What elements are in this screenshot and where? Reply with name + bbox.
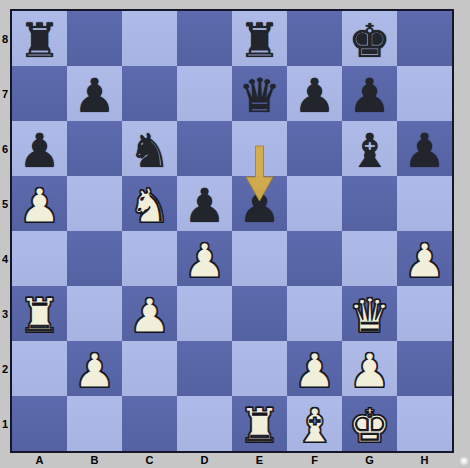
square-h8[interactable] [397,11,452,66]
piece-white-pawn[interactable]: ♟ [293,347,335,394]
square-h5[interactable] [397,176,452,231]
square-g4[interactable] [342,231,397,286]
chess-board: ♜♜♚♟♛♟♟♟♞♝♟♟♞♟♟♟♟♜♟♛♟♟♟♜♝♚ [10,9,454,453]
square-e7[interactable]: ♛ [232,66,287,121]
rank-labels: 87654321 [0,11,10,451]
piece-white-bishop[interactable]: ♝ [293,402,335,449]
file-label-f: F [287,454,342,466]
square-d8[interactable] [177,11,232,66]
piece-black-pawn[interactable]: ♟ [238,182,280,229]
square-f8[interactable] [287,11,342,66]
square-e3[interactable] [232,286,287,341]
rank-label-3: 3 [0,286,10,341]
square-c3[interactable]: ♟ [122,286,177,341]
square-h7[interactable] [397,66,452,121]
piece-white-rook[interactable]: ♜ [238,402,280,449]
square-c1[interactable] [122,396,177,451]
file-labels: ABCDEFGH [12,454,452,466]
piece-black-queen[interactable]: ♛ [238,72,280,119]
square-b8[interactable] [67,11,122,66]
square-a4[interactable] [12,231,67,286]
square-b3[interactable] [67,286,122,341]
file-label-d: D [177,454,232,466]
board-frame: 87654321 ♜♜♚♟♛♟♟♟♞♝♟♟♞♟♟♟♟♜♟♛♟♟♟♜♝♚ ABCD… [0,0,470,468]
piece-white-pawn[interactable]: ♟ [183,237,225,284]
square-d1[interactable] [177,396,232,451]
piece-black-pawn[interactable]: ♟ [403,127,445,174]
square-h6[interactable]: ♟ [397,121,452,176]
square-g7[interactable]: ♟ [342,66,397,121]
square-c6[interactable]: ♞ [122,121,177,176]
corner-dot [460,457,468,465]
rank-label-6: 6 [0,121,10,176]
square-c2[interactable] [122,341,177,396]
file-label-c: C [122,454,177,466]
square-c5[interactable]: ♞ [122,176,177,231]
square-d4[interactable]: ♟ [177,231,232,286]
square-b7[interactable]: ♟ [67,66,122,121]
piece-black-rook[interactable]: ♜ [238,17,280,64]
square-c4[interactable] [122,231,177,286]
file-label-e: E [232,454,287,466]
file-label-a: A [12,454,67,466]
square-f2[interactable]: ♟ [287,341,342,396]
square-g5[interactable] [342,176,397,231]
square-g3[interactable]: ♛ [342,286,397,341]
rank-label-5: 5 [0,176,10,231]
square-a7[interactable] [12,66,67,121]
square-g6[interactable]: ♝ [342,121,397,176]
square-d2[interactable] [177,341,232,396]
square-c8[interactable] [122,11,177,66]
piece-black-pawn[interactable]: ♟ [293,72,335,119]
piece-black-pawn[interactable]: ♟ [348,72,390,119]
square-a2[interactable] [12,341,67,396]
square-f7[interactable]: ♟ [287,66,342,121]
square-d7[interactable] [177,66,232,121]
piece-white-pawn[interactable]: ♟ [73,347,115,394]
square-h4[interactable]: ♟ [397,231,452,286]
square-e1[interactable]: ♜ [232,396,287,451]
square-f5[interactable] [287,176,342,231]
square-g1[interactable]: ♚ [342,396,397,451]
piece-white-pawn[interactable]: ♟ [128,292,170,339]
square-g8[interactable]: ♚ [342,11,397,66]
square-e2[interactable] [232,341,287,396]
square-a5[interactable]: ♟ [12,176,67,231]
square-d3[interactable] [177,286,232,341]
square-e8[interactable]: ♜ [232,11,287,66]
square-f3[interactable] [287,286,342,341]
square-a3[interactable]: ♜ [12,286,67,341]
square-e5[interactable]: ♟ [232,176,287,231]
square-a6[interactable]: ♟ [12,121,67,176]
piece-black-king[interactable]: ♚ [348,17,390,64]
piece-white-knight[interactable]: ♞ [128,182,170,229]
piece-white-pawn[interactable]: ♟ [348,347,390,394]
square-b6[interactable] [67,121,122,176]
square-g2[interactable]: ♟ [342,341,397,396]
file-label-h: H [397,454,452,466]
file-label-g: G [342,454,397,466]
square-h1[interactable] [397,396,452,451]
piece-black-pawn[interactable]: ♟ [73,72,115,119]
square-f4[interactable] [287,231,342,286]
square-d6[interactable] [177,121,232,176]
piece-white-queen[interactable]: ♛ [348,292,390,339]
square-e4[interactable] [232,231,287,286]
square-a8[interactable]: ♜ [12,11,67,66]
piece-black-bishop[interactable]: ♝ [348,127,390,174]
rank-label-8: 8 [0,11,10,66]
square-d5[interactable]: ♟ [177,176,232,231]
piece-black-pawn[interactable]: ♟ [18,127,60,174]
rank-label-4: 4 [0,231,10,286]
rank-label-1: 1 [0,396,10,451]
square-h3[interactable] [397,286,452,341]
square-b2[interactable]: ♟ [67,341,122,396]
piece-white-rook[interactable]: ♜ [18,292,60,339]
piece-black-knight[interactable]: ♞ [128,127,170,174]
square-b4[interactable] [67,231,122,286]
piece-white-king[interactable]: ♚ [348,402,390,449]
square-b5[interactable] [67,176,122,231]
square-c7[interactable] [122,66,177,121]
rank-label-7: 7 [0,66,10,121]
board-grid: ♜♜♚♟♛♟♟♟♞♝♟♟♞♟♟♟♟♜♟♛♟♟♟♜♝♚ [12,11,452,451]
square-b1[interactable] [67,396,122,451]
rank-label-2: 2 [0,341,10,396]
square-a1[interactable] [12,396,67,451]
file-label-b: B [67,454,122,466]
piece-white-pawn[interactable]: ♟ [403,237,445,284]
piece-white-pawn[interactable]: ♟ [18,182,60,229]
square-h2[interactable] [397,341,452,396]
square-f1[interactable]: ♝ [287,396,342,451]
piece-black-rook[interactable]: ♜ [18,17,60,64]
square-e6[interactable] [232,121,287,176]
square-f6[interactable] [287,121,342,176]
piece-black-pawn[interactable]: ♟ [183,182,225,229]
